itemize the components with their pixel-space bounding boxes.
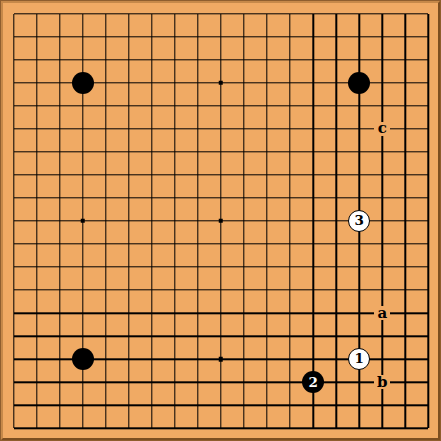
- intersection-P13[interactable]: [325, 140, 348, 163]
- intersection-G15[interactable]: [140, 94, 163, 117]
- intersection-J19[interactable]: [186, 2, 209, 25]
- intersection-F7[interactable]: [117, 279, 140, 302]
- intersection-B3[interactable]: [25, 371, 48, 394]
- intersection-F18[interactable]: [117, 25, 140, 48]
- intersection-M16[interactable]: [256, 71, 279, 94]
- intersection-Q8[interactable]: [348, 256, 371, 279]
- intersection-A1[interactable]: [2, 417, 25, 440]
- intersection-K17[interactable]: [209, 48, 232, 71]
- intersection-A14[interactable]: [2, 117, 25, 140]
- intersection-B6[interactable]: [25, 302, 48, 325]
- intersection-F16[interactable]: [117, 71, 140, 94]
- intersection-F3[interactable]: [117, 371, 140, 394]
- intersection-K15[interactable]: [209, 94, 232, 117]
- intersection-B12[interactable]: [25, 163, 48, 186]
- intersection-F5[interactable]: [117, 325, 140, 348]
- intersection-P11[interactable]: [325, 186, 348, 209]
- intersection-L13[interactable]: [232, 140, 255, 163]
- intersection-K14[interactable]: [209, 117, 232, 140]
- intersection-R18[interactable]: [371, 25, 394, 48]
- intersection-Q15[interactable]: [348, 94, 371, 117]
- intersection-Q1[interactable]: [348, 417, 371, 440]
- intersection-F9[interactable]: [117, 232, 140, 255]
- intersection-J6[interactable]: [186, 302, 209, 325]
- intersection-A10[interactable]: [2, 209, 25, 232]
- intersection-H6[interactable]: [163, 302, 186, 325]
- intersection-O8[interactable]: [302, 256, 325, 279]
- intersection-R12[interactable]: [371, 163, 394, 186]
- intersection-K11[interactable]: [209, 186, 232, 209]
- intersection-O6[interactable]: [302, 302, 325, 325]
- intersection-G19[interactable]: [140, 2, 163, 25]
- intersection-J16[interactable]: [186, 71, 209, 94]
- intersection-Q3[interactable]: [348, 371, 371, 394]
- intersection-E16[interactable]: [94, 71, 117, 94]
- intersection-B19[interactable]: [25, 2, 48, 25]
- intersection-R13[interactable]: [371, 140, 394, 163]
- intersection-G11[interactable]: [140, 186, 163, 209]
- intersection-H9[interactable]: [163, 232, 186, 255]
- intersection-G1[interactable]: [140, 417, 163, 440]
- intersection-L12[interactable]: [232, 163, 255, 186]
- intersection-S15[interactable]: [394, 94, 417, 117]
- intersection-C7[interactable]: [48, 279, 71, 302]
- intersection-R10[interactable]: [371, 209, 394, 232]
- intersection-B15[interactable]: [25, 94, 48, 117]
- intersection-T10[interactable]: [417, 209, 440, 232]
- intersection-N18[interactable]: [279, 25, 302, 48]
- intersection-H3[interactable]: [163, 371, 186, 394]
- intersection-O2[interactable]: [302, 394, 325, 417]
- intersection-O9[interactable]: [302, 232, 325, 255]
- intersection-E10[interactable]: [94, 209, 117, 232]
- intersection-H17[interactable]: [163, 48, 186, 71]
- intersection-K8[interactable]: [209, 256, 232, 279]
- intersection-O17[interactable]: [302, 48, 325, 71]
- intersection-H12[interactable]: [163, 163, 186, 186]
- intersection-S17[interactable]: [394, 48, 417, 71]
- intersection-F13[interactable]: [117, 140, 140, 163]
- intersection-C19[interactable]: [48, 2, 71, 25]
- intersection-G2[interactable]: [140, 394, 163, 417]
- intersection-C8[interactable]: [48, 256, 71, 279]
- intersection-C14[interactable]: [48, 117, 71, 140]
- intersection-Q18[interactable]: [348, 25, 371, 48]
- intersection-R7[interactable]: [371, 279, 394, 302]
- intersection-C9[interactable]: [48, 232, 71, 255]
- intersection-P1[interactable]: [325, 417, 348, 440]
- intersection-P17[interactable]: [325, 48, 348, 71]
- intersection-B8[interactable]: [25, 256, 48, 279]
- intersection-N16[interactable]: [279, 71, 302, 94]
- intersection-D3[interactable]: [71, 371, 94, 394]
- intersection-H2[interactable]: [163, 394, 186, 417]
- intersection-B16[interactable]: [25, 71, 48, 94]
- intersection-P10[interactable]: [325, 209, 348, 232]
- intersection-M7[interactable]: [256, 279, 279, 302]
- intersection-G9[interactable]: [140, 232, 163, 255]
- intersection-L10[interactable]: [232, 209, 255, 232]
- intersection-D16[interactable]: [71, 71, 94, 94]
- intersection-B13[interactable]: [25, 140, 48, 163]
- intersection-A16[interactable]: [2, 71, 25, 94]
- intersection-N13[interactable]: [279, 140, 302, 163]
- intersection-P2[interactable]: [325, 394, 348, 417]
- intersection-A8[interactable]: [2, 256, 25, 279]
- intersection-F15[interactable]: [117, 94, 140, 117]
- intersection-E1[interactable]: [94, 417, 117, 440]
- intersection-H13[interactable]: [163, 140, 186, 163]
- intersection-B4[interactable]: [25, 348, 48, 371]
- intersection-L19[interactable]: [232, 2, 255, 25]
- intersection-O16[interactable]: [302, 71, 325, 94]
- intersection-K9[interactable]: [209, 232, 232, 255]
- intersection-Q12[interactable]: [348, 163, 371, 186]
- intersection-J14[interactable]: [186, 117, 209, 140]
- intersection-S5[interactable]: [394, 325, 417, 348]
- intersection-K5[interactable]: [209, 325, 232, 348]
- intersection-G7[interactable]: [140, 279, 163, 302]
- intersection-Q2[interactable]: [348, 394, 371, 417]
- intersection-E3[interactable]: [94, 371, 117, 394]
- intersection-Q4[interactable]: 1: [348, 348, 371, 371]
- intersection-R9[interactable]: [371, 232, 394, 255]
- intersection-K6[interactable]: [209, 302, 232, 325]
- intersection-N9[interactable]: [279, 232, 302, 255]
- intersection-O13[interactable]: [302, 140, 325, 163]
- intersection-C6[interactable]: [48, 302, 71, 325]
- intersection-N2[interactable]: [279, 394, 302, 417]
- intersection-J3[interactable]: [186, 371, 209, 394]
- intersection-J9[interactable]: [186, 232, 209, 255]
- intersection-G16[interactable]: [140, 71, 163, 94]
- intersection-M18[interactable]: [256, 25, 279, 48]
- intersection-A13[interactable]: [2, 140, 25, 163]
- intersection-M3[interactable]: [256, 371, 279, 394]
- intersection-D2[interactable]: [71, 394, 94, 417]
- intersection-O4[interactable]: [302, 348, 325, 371]
- intersection-B18[interactable]: [25, 25, 48, 48]
- intersection-C16[interactable]: [48, 71, 71, 94]
- intersection-M14[interactable]: [256, 117, 279, 140]
- intersection-H5[interactable]: [163, 325, 186, 348]
- intersection-T9[interactable]: [417, 232, 440, 255]
- intersection-P15[interactable]: [325, 94, 348, 117]
- intersection-S13[interactable]: [394, 140, 417, 163]
- intersection-P19[interactable]: [325, 2, 348, 25]
- intersection-F1[interactable]: [117, 417, 140, 440]
- intersection-T8[interactable]: [417, 256, 440, 279]
- intersection-M12[interactable]: [256, 163, 279, 186]
- intersection-D10[interactable]: [71, 209, 94, 232]
- intersection-S3[interactable]: [394, 371, 417, 394]
- intersection-G12[interactable]: [140, 163, 163, 186]
- intersection-A17[interactable]: [2, 48, 25, 71]
- intersection-F6[interactable]: [117, 302, 140, 325]
- intersection-C12[interactable]: [48, 163, 71, 186]
- intersection-P7[interactable]: [325, 279, 348, 302]
- intersection-F8[interactable]: [117, 256, 140, 279]
- intersection-R8[interactable]: [371, 256, 394, 279]
- intersection-M19[interactable]: [256, 2, 279, 25]
- intersection-C15[interactable]: [48, 94, 71, 117]
- intersection-D1[interactable]: [71, 417, 94, 440]
- intersection-H7[interactable]: [163, 279, 186, 302]
- intersection-O1[interactable]: [302, 417, 325, 440]
- intersection-O14[interactable]: [302, 117, 325, 140]
- intersection-N3[interactable]: [279, 371, 302, 394]
- intersection-J2[interactable]: [186, 394, 209, 417]
- intersection-M1[interactable]: [256, 417, 279, 440]
- intersection-L9[interactable]: [232, 232, 255, 255]
- intersection-G17[interactable]: [140, 48, 163, 71]
- intersection-P4[interactable]: [325, 348, 348, 371]
- intersection-J13[interactable]: [186, 140, 209, 163]
- intersection-E7[interactable]: [94, 279, 117, 302]
- intersection-D12[interactable]: [71, 163, 94, 186]
- intersection-N17[interactable]: [279, 48, 302, 71]
- intersection-Q13[interactable]: [348, 140, 371, 163]
- intersection-A6[interactable]: [2, 302, 25, 325]
- intersection-A19[interactable]: [2, 2, 25, 25]
- intersection-A9[interactable]: [2, 232, 25, 255]
- intersection-J12[interactable]: [186, 163, 209, 186]
- intersection-R4[interactable]: [371, 348, 394, 371]
- intersection-B2[interactable]: [25, 394, 48, 417]
- intersection-E17[interactable]: [94, 48, 117, 71]
- intersection-H15[interactable]: [163, 94, 186, 117]
- intersection-K1[interactable]: [209, 417, 232, 440]
- intersection-Q16[interactable]: [348, 71, 371, 94]
- intersection-R17[interactable]: [371, 48, 394, 71]
- intersection-A2[interactable]: [2, 394, 25, 417]
- intersection-H19[interactable]: [163, 2, 186, 25]
- intersection-R14[interactable]: c: [371, 117, 394, 140]
- intersection-Q6[interactable]: [348, 302, 371, 325]
- intersection-G14[interactable]: [140, 117, 163, 140]
- intersection-L2[interactable]: [232, 394, 255, 417]
- intersection-S18[interactable]: [394, 25, 417, 48]
- intersection-P6[interactable]: [325, 302, 348, 325]
- intersection-M8[interactable]: [256, 256, 279, 279]
- intersection-C3[interactable]: [48, 371, 71, 394]
- intersection-B7[interactable]: [25, 279, 48, 302]
- intersection-T12[interactable]: [417, 163, 440, 186]
- intersection-M17[interactable]: [256, 48, 279, 71]
- intersection-G13[interactable]: [140, 140, 163, 163]
- intersection-R11[interactable]: [371, 186, 394, 209]
- intersection-M10[interactable]: [256, 209, 279, 232]
- intersection-H1[interactable]: [163, 417, 186, 440]
- intersection-K16[interactable]: [209, 71, 232, 94]
- intersection-B1[interactable]: [25, 417, 48, 440]
- intersection-O11[interactable]: [302, 186, 325, 209]
- intersection-O12[interactable]: [302, 163, 325, 186]
- intersection-E12[interactable]: [94, 163, 117, 186]
- intersection-F12[interactable]: [117, 163, 140, 186]
- intersection-J5[interactable]: [186, 325, 209, 348]
- intersection-T1[interactable]: [417, 417, 440, 440]
- intersection-L14[interactable]: [232, 117, 255, 140]
- intersection-O18[interactable]: [302, 25, 325, 48]
- intersection-R15[interactable]: [371, 94, 394, 117]
- intersection-P8[interactable]: [325, 256, 348, 279]
- intersection-R6[interactable]: a: [371, 302, 394, 325]
- intersection-J17[interactable]: [186, 48, 209, 71]
- intersection-H11[interactable]: [163, 186, 186, 209]
- intersection-R5[interactable]: [371, 325, 394, 348]
- intersection-B14[interactable]: [25, 117, 48, 140]
- intersection-O7[interactable]: [302, 279, 325, 302]
- intersection-J10[interactable]: [186, 209, 209, 232]
- intersection-S10[interactable]: [394, 209, 417, 232]
- intersection-J11[interactable]: [186, 186, 209, 209]
- intersection-N10[interactable]: [279, 209, 302, 232]
- intersection-C11[interactable]: [48, 186, 71, 209]
- intersection-P3[interactable]: [325, 371, 348, 394]
- intersection-C17[interactable]: [48, 48, 71, 71]
- intersection-L3[interactable]: [232, 371, 255, 394]
- intersection-L7[interactable]: [232, 279, 255, 302]
- intersection-J8[interactable]: [186, 256, 209, 279]
- intersection-N12[interactable]: [279, 163, 302, 186]
- intersection-O10[interactable]: [302, 209, 325, 232]
- intersection-C1[interactable]: [48, 417, 71, 440]
- intersection-P9[interactable]: [325, 232, 348, 255]
- intersection-N4[interactable]: [279, 348, 302, 371]
- intersection-D14[interactable]: [71, 117, 94, 140]
- intersection-R19[interactable]: [371, 2, 394, 25]
- intersection-E11[interactable]: [94, 186, 117, 209]
- intersection-T11[interactable]: [417, 186, 440, 209]
- intersection-T19[interactable]: [417, 2, 440, 25]
- intersection-H8[interactable]: [163, 256, 186, 279]
- intersection-H4[interactable]: [163, 348, 186, 371]
- intersection-M15[interactable]: [256, 94, 279, 117]
- intersection-O19[interactable]: [302, 2, 325, 25]
- intersection-B5[interactable]: [25, 325, 48, 348]
- intersection-L5[interactable]: [232, 325, 255, 348]
- intersection-K10[interactable]: [209, 209, 232, 232]
- intersection-T17[interactable]: [417, 48, 440, 71]
- intersection-O3[interactable]: 2: [302, 371, 325, 394]
- intersection-C18[interactable]: [48, 25, 71, 48]
- intersection-A11[interactable]: [2, 186, 25, 209]
- intersection-P12[interactable]: [325, 163, 348, 186]
- intersection-C4[interactable]: [48, 348, 71, 371]
- intersection-T16[interactable]: [417, 71, 440, 94]
- intersection-R2[interactable]: [371, 394, 394, 417]
- intersection-S11[interactable]: [394, 186, 417, 209]
- intersection-K12[interactable]: [209, 163, 232, 186]
- intersection-L8[interactable]: [232, 256, 255, 279]
- intersection-T4[interactable]: [417, 348, 440, 371]
- intersection-D4[interactable]: [71, 348, 94, 371]
- intersection-Q17[interactable]: [348, 48, 371, 71]
- intersection-A3[interactable]: [2, 371, 25, 394]
- intersection-L15[interactable]: [232, 94, 255, 117]
- intersection-H18[interactable]: [163, 25, 186, 48]
- intersection-T14[interactable]: [417, 117, 440, 140]
- intersection-D11[interactable]: [71, 186, 94, 209]
- intersection-L16[interactable]: [232, 71, 255, 94]
- intersection-F2[interactable]: [117, 394, 140, 417]
- intersection-E4[interactable]: [94, 348, 117, 371]
- intersection-T5[interactable]: [417, 325, 440, 348]
- intersection-C10[interactable]: [48, 209, 71, 232]
- intersection-F4[interactable]: [117, 348, 140, 371]
- intersection-D19[interactable]: [71, 2, 94, 25]
- intersection-S4[interactable]: [394, 348, 417, 371]
- intersection-N8[interactable]: [279, 256, 302, 279]
- intersection-D15[interactable]: [71, 94, 94, 117]
- intersection-J15[interactable]: [186, 94, 209, 117]
- intersection-D18[interactable]: [71, 25, 94, 48]
- intersection-F10[interactable]: [117, 209, 140, 232]
- intersection-P14[interactable]: [325, 117, 348, 140]
- intersection-G6[interactable]: [140, 302, 163, 325]
- intersection-D8[interactable]: [71, 256, 94, 279]
- intersection-S19[interactable]: [394, 2, 417, 25]
- intersection-K13[interactable]: [209, 140, 232, 163]
- intersection-T7[interactable]: [417, 279, 440, 302]
- intersection-G10[interactable]: [140, 209, 163, 232]
- intersection-M6[interactable]: [256, 302, 279, 325]
- intersection-F11[interactable]: [117, 186, 140, 209]
- intersection-Q14[interactable]: [348, 117, 371, 140]
- intersection-Q5[interactable]: [348, 325, 371, 348]
- intersection-G5[interactable]: [140, 325, 163, 348]
- intersection-T13[interactable]: [417, 140, 440, 163]
- intersection-S9[interactable]: [394, 232, 417, 255]
- intersection-C5[interactable]: [48, 325, 71, 348]
- intersection-H10[interactable]: [163, 209, 186, 232]
- intersection-S16[interactable]: [394, 71, 417, 94]
- intersection-R16[interactable]: [371, 71, 394, 94]
- intersection-D5[interactable]: [71, 325, 94, 348]
- intersection-L4[interactable]: [232, 348, 255, 371]
- intersection-E8[interactable]: [94, 256, 117, 279]
- intersection-J4[interactable]: [186, 348, 209, 371]
- intersection-G4[interactable]: [140, 348, 163, 371]
- intersection-L18[interactable]: [232, 25, 255, 48]
- intersection-F17[interactable]: [117, 48, 140, 71]
- intersection-P5[interactable]: [325, 325, 348, 348]
- intersection-N7[interactable]: [279, 279, 302, 302]
- intersection-K7[interactable]: [209, 279, 232, 302]
- intersection-R3[interactable]: b: [371, 371, 394, 394]
- intersection-P16[interactable]: [325, 71, 348, 94]
- intersection-A12[interactable]: [2, 163, 25, 186]
- intersection-A18[interactable]: [2, 25, 25, 48]
- intersection-O15[interactable]: [302, 94, 325, 117]
- intersection-K19[interactable]: [209, 2, 232, 25]
- intersection-N1[interactable]: [279, 417, 302, 440]
- intersection-M9[interactable]: [256, 232, 279, 255]
- intersection-N14[interactable]: [279, 117, 302, 140]
- intersection-L1[interactable]: [232, 417, 255, 440]
- intersection-A5[interactable]: [2, 325, 25, 348]
- intersection-D13[interactable]: [71, 140, 94, 163]
- intersection-E19[interactable]: [94, 2, 117, 25]
- intersection-G3[interactable]: [140, 371, 163, 394]
- intersection-Q19[interactable]: [348, 2, 371, 25]
- intersection-A4[interactable]: [2, 348, 25, 371]
- intersection-S2[interactable]: [394, 394, 417, 417]
- intersection-E5[interactable]: [94, 325, 117, 348]
- intersection-N11[interactable]: [279, 186, 302, 209]
- intersection-F19[interactable]: [117, 2, 140, 25]
